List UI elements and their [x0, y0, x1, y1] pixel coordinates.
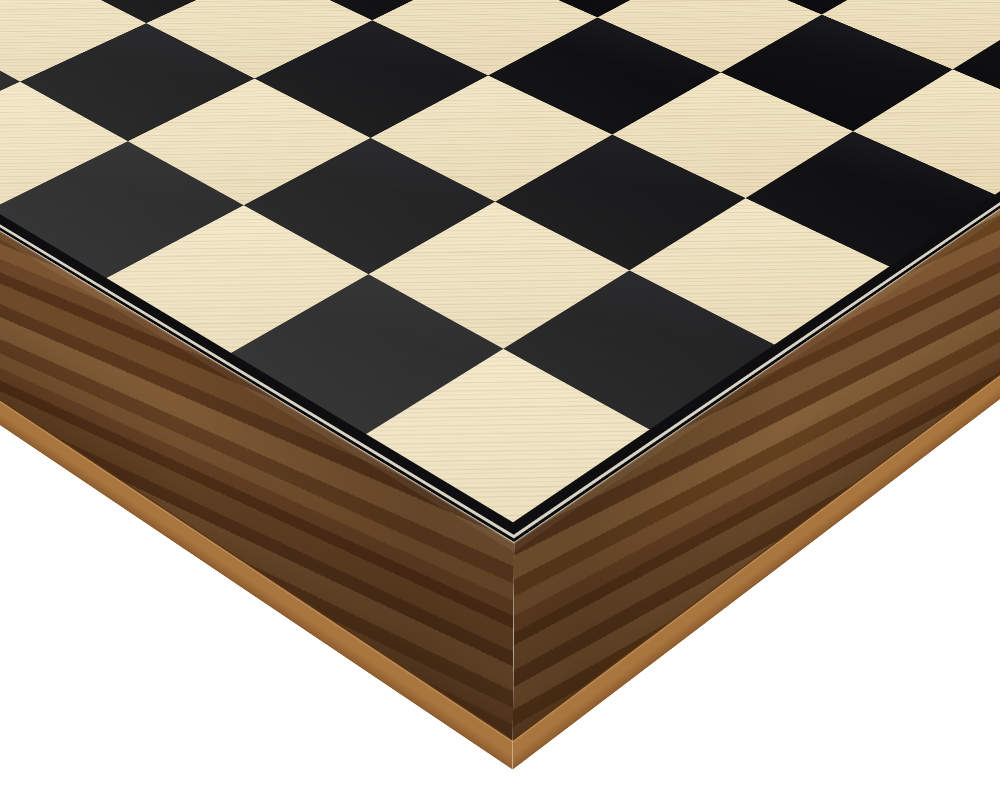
square-d3 [146, 0, 372, 79]
square-g3 [495, 135, 745, 271]
square-e3 [255, 20, 489, 138]
square-c3 [45, 0, 264, 23]
square-g5 [721, 15, 953, 132]
square-c2 [0, 0, 146, 82]
square-f3 [371, 75, 613, 201]
square-e5 [482, 0, 699, 17]
square-b2 [0, 0, 45, 26]
square-d4 [264, 0, 482, 20]
square-f2 [244, 138, 495, 274]
square-h6 [953, 12, 1000, 128]
square-f4 [488, 17, 721, 134]
square-h5 [853, 69, 1000, 194]
square-d1 [0, 82, 128, 209]
square-g7 [916, 0, 1000, 12]
square-d2 [20, 23, 254, 141]
square-g4 [612, 72, 853, 198]
chessboard-photo [0, 0, 1000, 800]
square-f5 [597, 0, 821, 72]
square-f6 [699, 0, 916, 15]
square-e2 [128, 79, 371, 206]
square-g6 [822, 0, 1000, 69]
perspective-stage [0, 0, 1000, 800]
square-g2 [368, 202, 629, 349]
square-e4 [372, 0, 597, 75]
square-c1 [0, 26, 20, 144]
